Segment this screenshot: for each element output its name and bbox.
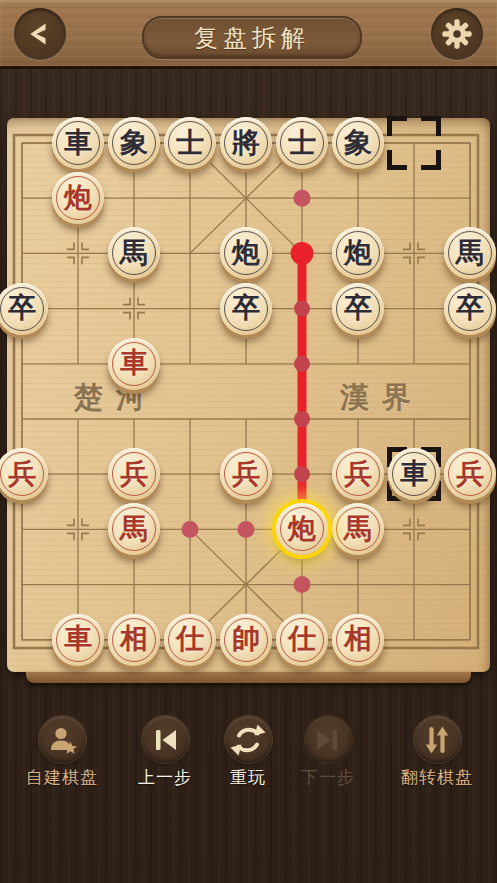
piece-character: 車 [400, 460, 428, 488]
person-star-icon [42, 720, 82, 760]
piece-character: 炮 [344, 239, 372, 267]
next-step-label: 下一步 [280, 766, 376, 789]
piece-character: 兵 [456, 460, 484, 488]
piece-black-pawn[interactable]: 卒 [332, 283, 384, 335]
piece-black-cannon[interactable]: 炮 [332, 227, 384, 279]
piece-red-advisor[interactable]: 仕 [164, 614, 216, 666]
piece-character: 車 [64, 129, 92, 157]
piece-character: 卒 [232, 294, 260, 322]
piece-character: 兵 [344, 460, 372, 488]
piece-character: 相 [344, 625, 372, 653]
gear-icon [440, 17, 474, 51]
xiangqi-board: 楚河 漢界 車象士將士象炮馬炮炮馬卒卒卒卒車兵兵兵兵車兵馬炮馬車相仕帥仕相 [7, 118, 490, 672]
flip-arrows-icon [417, 720, 457, 760]
board-panel-edge [26, 672, 471, 683]
bottom-toolbar: 自建棋盘 上一步 重玩 [0, 716, 497, 786]
piece-black-elephant[interactable]: 象 [108, 117, 160, 169]
piece-character: 相 [120, 625, 148, 653]
replay-icon [228, 720, 268, 760]
piece-black-pawn[interactable]: 卒 [220, 283, 272, 335]
app-screen: 复盘拆解 楚河 漢界 車象士將士象炮馬炮炮馬卒卒卒卒車兵兵兵兵車兵馬炮馬車相仕帥… [0, 0, 497, 883]
move-target-dot [291, 242, 314, 265]
piece-red-horse[interactable]: 馬 [332, 503, 384, 555]
move-hint-dot[interactable] [294, 466, 310, 482]
piece-character: 象 [344, 129, 372, 157]
piece-character: 馬 [120, 239, 148, 267]
piece-black-pawn[interactable]: 卒 [444, 283, 496, 335]
create-board-label: 自建棋盘 [14, 766, 110, 789]
create-board-button[interactable]: 自建棋盘 [14, 716, 110, 789]
piece-character: 兵 [120, 460, 148, 488]
piece-character: 卒 [456, 294, 484, 322]
piece-red-elephant[interactable]: 相 [108, 614, 160, 666]
piece-black-elephant[interactable]: 象 [332, 117, 384, 169]
piece-character: 帥 [232, 625, 260, 653]
move-hint-dot[interactable] [294, 190, 311, 207]
piece-black-horse[interactable]: 馬 [108, 227, 160, 279]
piece-red-horse[interactable]: 馬 [108, 503, 160, 555]
piece-red-cannon[interactable]: 炮 [276, 503, 328, 555]
move-hint-dot[interactable] [294, 411, 310, 427]
move-hint-dot[interactable] [294, 576, 311, 593]
piece-black-pawn[interactable]: 卒 [0, 283, 48, 335]
piece-red-cannon[interactable]: 炮 [52, 172, 104, 224]
piece-red-advisor[interactable]: 仕 [276, 614, 328, 666]
prev-step-label: 上一步 [117, 766, 213, 789]
piece-red-pawn[interactable]: 兵 [332, 448, 384, 500]
piece-character: 卒 [344, 294, 372, 322]
piece-black-rook[interactable]: 車 [52, 117, 104, 169]
piece-character: 馬 [344, 515, 372, 543]
move-hint-dot[interactable] [182, 521, 199, 538]
move-hint-dot[interactable] [294, 356, 310, 372]
piece-character: 仕 [288, 625, 316, 653]
piece-character: 兵 [232, 460, 260, 488]
back-icon [22, 16, 58, 52]
back-button[interactable] [14, 8, 66, 60]
page-title-text: 复盘拆解 [194, 22, 310, 54]
piece-black-advisor[interactable]: 士 [276, 117, 328, 169]
piece-black-advisor[interactable]: 士 [164, 117, 216, 169]
piece-character: 象 [120, 129, 148, 157]
piece-character: 馬 [120, 515, 148, 543]
settings-button[interactable] [431, 8, 483, 60]
piece-character: 炮 [288, 515, 316, 543]
piece-character: 兵 [8, 460, 36, 488]
next-step-button[interactable]: 下一步 [280, 716, 376, 789]
skip-next-icon [308, 720, 348, 760]
prev-step-button[interactable]: 上一步 [117, 716, 213, 789]
piece-character: 馬 [456, 239, 484, 267]
piece-red-elephant[interactable]: 相 [332, 614, 384, 666]
move-hint-dot[interactable] [238, 521, 255, 538]
piece-black-rook[interactable]: 車 [388, 448, 440, 500]
piece-red-rook[interactable]: 車 [108, 338, 160, 390]
move-hint-dot[interactable] [294, 301, 310, 317]
piece-red-pawn[interactable]: 兵 [108, 448, 160, 500]
piece-character: 將 [232, 129, 260, 157]
piece-red-king[interactable]: 帥 [220, 614, 272, 666]
piece-red-rook[interactable]: 車 [52, 614, 104, 666]
piece-character: 士 [176, 129, 204, 157]
piece-character: 車 [120, 349, 148, 377]
river-label-right: 漢界 [340, 378, 424, 418]
piece-black-king[interactable]: 將 [220, 117, 272, 169]
piece-black-cannon[interactable]: 炮 [220, 227, 272, 279]
piece-character: 車 [64, 625, 92, 653]
page-title: 复盘拆解 [142, 16, 362, 59]
skip-previous-icon [145, 720, 185, 760]
flip-board-button[interactable]: 翻转棋盘 [389, 716, 485, 789]
piece-character: 卒 [8, 294, 36, 322]
piece-red-pawn[interactable]: 兵 [220, 448, 272, 500]
piece-character: 炮 [64, 184, 92, 212]
flip-board-label: 翻转棋盘 [389, 766, 485, 789]
piece-red-pawn[interactable]: 兵 [444, 448, 496, 500]
top-bar: 复盘拆解 [0, 0, 497, 69]
piece-black-horse[interactable]: 馬 [444, 227, 496, 279]
piece-character: 仕 [176, 625, 204, 653]
piece-character: 士 [288, 129, 316, 157]
move-from-bracket [387, 116, 441, 170]
piece-character: 炮 [232, 239, 260, 267]
